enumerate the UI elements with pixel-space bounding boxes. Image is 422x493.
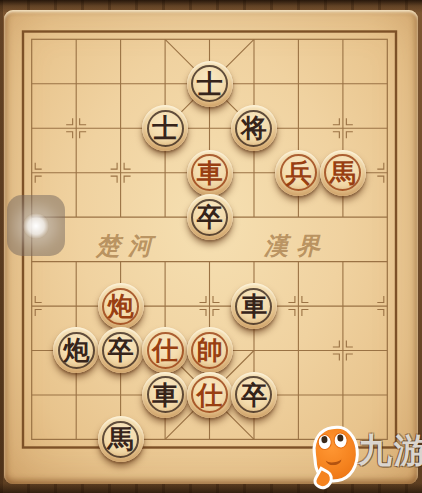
piece-black-file4-rank9[interactable]: 車 xyxy=(142,372,188,418)
piece-black-file6-rank3[interactable]: 将 xyxy=(231,105,277,151)
mascot-right-eye-icon xyxy=(333,432,349,449)
river-label-han-jie: 漢界 xyxy=(260,232,332,260)
mascot-left-eye-icon xyxy=(317,433,333,450)
piece-black-file6-rank7[interactable]: 車 xyxy=(231,283,277,329)
jiuyou-watermark: 九游 xyxy=(310,420,422,482)
piece-red-file3-rank7[interactable]: 炮 xyxy=(98,283,144,329)
assistive-button-glow-icon xyxy=(23,213,49,239)
piece-black-file3-rank8[interactable]: 卒 xyxy=(98,327,144,373)
piece-black-file6-rank9[interactable]: 卒 xyxy=(231,372,277,418)
river-label-chu-he: 楚河 xyxy=(92,232,164,260)
app-background: 楚河 漢界 士士将車兵馬卒炮車炮卒仕帥車仕卒馬 九游 xyxy=(0,0,422,493)
floating-assistive-button[interactable] xyxy=(7,195,65,256)
piece-red-file8-rank4[interactable]: 馬 xyxy=(320,150,366,196)
piece-red-file7-rank4[interactable]: 兵 xyxy=(275,150,321,196)
piece-black-file5-rank2[interactable]: 士 xyxy=(187,61,233,107)
jiuyou-watermark-text: 九游 xyxy=(358,428,422,472)
piece-black-file4-rank3[interactable]: 士 xyxy=(142,105,188,151)
piece-black-file5-rank5[interactable]: 卒 xyxy=(187,194,233,240)
piece-red-file5-rank4[interactable]: 車 xyxy=(187,150,233,196)
piece-red-file5-rank9[interactable]: 仕 xyxy=(187,372,233,418)
piece-black-file3-rank10[interactable]: 馬 xyxy=(98,416,144,462)
piece-red-file5-rank8[interactable]: 帥 xyxy=(187,327,233,373)
mascot-mouth-icon xyxy=(325,452,342,466)
jiuyou-mascot-icon xyxy=(310,424,362,485)
